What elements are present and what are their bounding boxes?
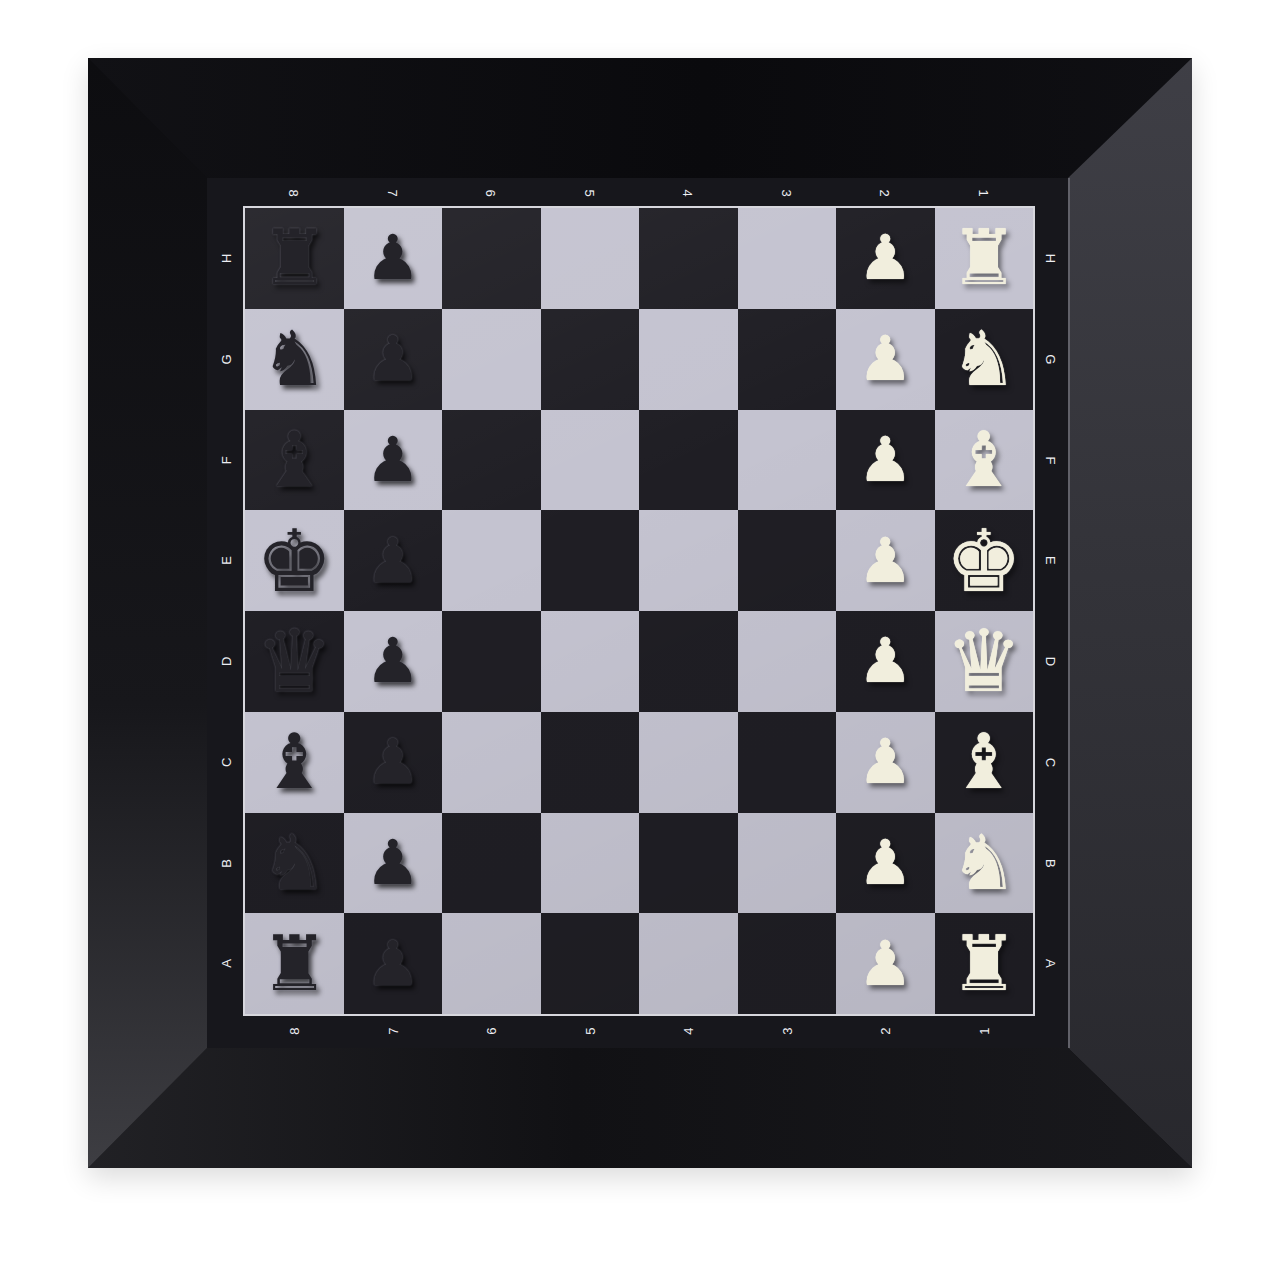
square-f8[interactable]: ♝ <box>245 410 344 511</box>
file-labels-left: HGFEDCBA <box>207 208 245 1014</box>
square-f2[interactable]: ♟ <box>836 410 935 511</box>
square-d2[interactable]: ♟ <box>836 611 935 712</box>
square-g2[interactable]: ♟ <box>836 309 935 410</box>
piece-black-pawn-g7[interactable]: ♟ <box>365 328 421 390</box>
square-d8[interactable]: ♛ <box>245 611 344 712</box>
square-g1[interactable]: ♞ <box>935 309 1034 410</box>
square-b2[interactable]: ♟ <box>836 813 935 914</box>
square-b8[interactable]: ♞ <box>245 813 344 914</box>
square-h4[interactable] <box>639 208 738 309</box>
piece-white-rook-a1[interactable]: ♜ <box>950 926 1018 1002</box>
rank-labels-bottom: 87654321 <box>245 1014 1033 1048</box>
square-g4[interactable] <box>639 309 738 410</box>
square-e3[interactable] <box>738 510 837 611</box>
piece-black-pawn-c7[interactable]: ♟ <box>365 731 421 793</box>
piece-white-pawn-c2[interactable]: ♟ <box>857 731 913 793</box>
square-e1[interactable]: ♚ <box>935 510 1034 611</box>
square-e2[interactable]: ♟ <box>836 510 935 611</box>
square-h6[interactable] <box>442 208 541 309</box>
square-d4[interactable] <box>639 611 738 712</box>
square-c1[interactable]: ♝ <box>935 712 1034 813</box>
square-h7[interactable]: ♟ <box>344 208 443 309</box>
square-d3[interactable] <box>738 611 837 712</box>
vinyl-board-mat: 87654321 87654321 HGFEDCBA HGFEDCBA ♜♟♟♜… <box>207 178 1070 1048</box>
square-a2[interactable]: ♟ <box>836 913 935 1014</box>
square-c8[interactable]: ♝ <box>245 712 344 813</box>
square-a5[interactable] <box>541 913 640 1014</box>
square-c6[interactable] <box>442 712 541 813</box>
square-h2[interactable]: ♟ <box>836 208 935 309</box>
piece-white-pawn-g2[interactable]: ♟ <box>857 328 913 390</box>
square-a7[interactable]: ♟ <box>344 913 443 1014</box>
rank-labels-top: 87654321 <box>245 178 1033 208</box>
piece-white-bishop-f1[interactable]: ♝ <box>950 422 1018 498</box>
piece-white-bishop-c1[interactable]: ♝ <box>950 724 1018 800</box>
square-e5[interactable] <box>541 510 640 611</box>
piece-black-pawn-f7[interactable]: ♟ <box>365 429 421 491</box>
square-a1[interactable]: ♜ <box>935 913 1034 1014</box>
piece-white-pawn-d2[interactable]: ♟ <box>857 630 913 692</box>
square-e7[interactable]: ♟ <box>344 510 443 611</box>
square-e6[interactable] <box>442 510 541 611</box>
square-c5[interactable] <box>541 712 640 813</box>
piece-black-pawn-h7[interactable]: ♟ <box>365 227 421 289</box>
file-labels-right: HGFEDCBA <box>1033 208 1068 1014</box>
piece-black-knight-b8[interactable]: ♞ <box>260 825 328 901</box>
square-b7[interactable]: ♟ <box>344 813 443 914</box>
square-c4[interactable] <box>639 712 738 813</box>
piece-black-pawn-b7[interactable]: ♟ <box>365 832 421 894</box>
square-h8[interactable]: ♜ <box>245 208 344 309</box>
square-a8[interactable]: ♜ <box>245 913 344 1014</box>
piece-black-pawn-d7[interactable]: ♟ <box>365 630 421 692</box>
piece-white-king-e1[interactable]: ♚ <box>945 518 1022 604</box>
chess-set-photo: 87654321 87654321 HGFEDCBA HGFEDCBA ♜♟♟♜… <box>0 0 1280 1280</box>
chess-board: ♜♟♟♜♞♟♟♞♝♟♟♝♚♟♟♚♛♟♟♛♝♟♟♝♞♟♟♞♜♟♟♜ <box>245 208 1033 1014</box>
square-f6[interactable] <box>442 410 541 511</box>
piece-black-bishop-f8[interactable]: ♝ <box>260 422 328 498</box>
square-g8[interactable]: ♞ <box>245 309 344 410</box>
piece-black-rook-h8[interactable]: ♜ <box>260 220 328 296</box>
piece-white-rook-h1[interactable]: ♜ <box>950 220 1018 296</box>
piece-black-bishop-c8[interactable]: ♝ <box>260 724 328 800</box>
square-b4[interactable] <box>639 813 738 914</box>
square-d5[interactable] <box>541 611 640 712</box>
square-g3[interactable] <box>738 309 837 410</box>
piece-black-knight-g8[interactable]: ♞ <box>260 321 328 397</box>
square-e8[interactable]: ♚ <box>245 510 344 611</box>
square-d1[interactable]: ♛ <box>935 611 1034 712</box>
square-d6[interactable] <box>442 611 541 712</box>
square-e4[interactable] <box>639 510 738 611</box>
piece-white-pawn-h2[interactable]: ♟ <box>857 227 913 289</box>
square-f1[interactable]: ♝ <box>935 410 1034 511</box>
square-d7[interactable]: ♟ <box>344 611 443 712</box>
square-h5[interactable] <box>541 208 640 309</box>
piece-white-queen-d1[interactable]: ♛ <box>945 618 1022 704</box>
piece-black-king-e8[interactable]: ♚ <box>256 518 333 604</box>
square-b5[interactable] <box>541 813 640 914</box>
square-a3[interactable] <box>738 913 837 1014</box>
square-c7[interactable]: ♟ <box>344 712 443 813</box>
square-a4[interactable] <box>639 913 738 1014</box>
square-g7[interactable]: ♟ <box>344 309 443 410</box>
piece-white-pawn-e2[interactable]: ♟ <box>857 530 913 592</box>
square-b3[interactable] <box>738 813 837 914</box>
piece-white-pawn-b2[interactable]: ♟ <box>857 832 913 894</box>
piece-black-queen-d8[interactable]: ♛ <box>256 618 333 704</box>
square-b6[interactable] <box>442 813 541 914</box>
square-c3[interactable] <box>738 712 837 813</box>
square-g6[interactable] <box>442 309 541 410</box>
square-b1[interactable]: ♞ <box>935 813 1034 914</box>
piece-black-rook-a8[interactable]: ♜ <box>260 926 328 1002</box>
piece-white-pawn-f2[interactable]: ♟ <box>857 429 913 491</box>
piece-white-knight-b1[interactable]: ♞ <box>950 825 1018 901</box>
square-a6[interactable] <box>442 913 541 1014</box>
square-h3[interactable] <box>738 208 837 309</box>
piece-black-pawn-a7[interactable]: ♟ <box>365 933 421 995</box>
square-f5[interactable] <box>541 410 640 511</box>
piece-white-knight-g1[interactable]: ♞ <box>950 321 1018 397</box>
square-f7[interactable]: ♟ <box>344 410 443 511</box>
square-g5[interactable] <box>541 309 640 410</box>
square-f4[interactable] <box>639 410 738 511</box>
square-h1[interactable]: ♜ <box>935 208 1034 309</box>
piece-white-pawn-a2[interactable]: ♟ <box>857 933 913 995</box>
square-f3[interactable] <box>738 410 837 511</box>
square-c2[interactable]: ♟ <box>836 712 935 813</box>
piece-black-pawn-e7[interactable]: ♟ <box>365 530 421 592</box>
